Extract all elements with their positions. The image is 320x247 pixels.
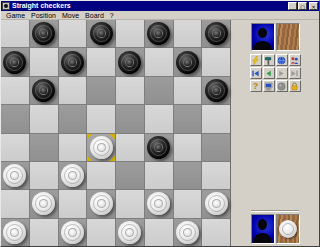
bottom-player-avatar [251,214,275,244]
lightning-icon[interactable] [250,54,262,66]
window-title: Straight checkers [12,1,284,11]
square-r0c4[interactable] [116,20,144,47]
square-r4c6[interactable] [174,134,202,161]
black-piece[interactable] [147,22,170,45]
square-r3c1[interactable] [30,105,58,132]
square-r7c1[interactable] [30,219,58,246]
square-r1c1[interactable] [30,48,58,75]
square-r1c7[interactable] [202,48,230,75]
globe-icon[interactable] [276,54,285,66]
menu-bar: GamePositionMoveBoard? [1,11,284,20]
square-r6c5[interactable] [145,190,173,217]
app-window: Straight checkers _ □ × GamePositionMove… [0,0,284,247]
square-r7c2[interactable] [59,219,87,246]
black-piece[interactable] [3,51,26,74]
sidebar: ? [231,20,284,246]
square-r3c2[interactable] [59,105,87,132]
square-r7c4[interactable] [116,219,144,246]
square-r0c3[interactable] [87,20,115,47]
square-r3c4[interactable] [116,105,144,132]
square-r4c5[interactable] [145,134,173,161]
black-piece[interactable] [205,22,228,45]
top-player-panel [251,23,285,51]
square-r4c1[interactable] [30,134,58,161]
square-r0c6[interactable] [174,20,202,47]
square-r5c1[interactable] [30,162,58,189]
black-piece[interactable] [205,79,228,102]
help-icon[interactable]: ? [250,80,262,92]
square-r2c3[interactable] [87,77,115,104]
square-r3c5[interactable] [145,105,173,132]
black-piece[interactable] [118,51,141,74]
back-move-icon[interactable] [263,67,275,79]
square-r1c5[interactable] [145,48,173,75]
menu-item-help[interactable]: ? [107,11,117,20]
square-r6c6[interactable] [174,190,202,217]
sidebar-divider [251,210,284,212]
square-r4c0[interactable] [1,134,29,161]
square-r1c4[interactable] [116,48,144,75]
white-piece[interactable] [118,221,141,244]
square-r0c2[interactable] [59,20,87,47]
square-r6c1[interactable] [30,190,58,217]
white-piece[interactable] [61,221,84,244]
square-r7c5[interactable] [145,219,173,246]
first-move-icon[interactable] [250,67,262,79]
white-piece[interactable] [147,192,170,215]
white-piece[interactable] [3,164,26,187]
app-icon [2,2,10,10]
square-r5c0[interactable] [1,162,29,189]
square-r3c6[interactable] [174,105,202,132]
bottom-player-panel [251,214,285,244]
square-r3c7[interactable] [202,105,230,132]
square-r6c3[interactable] [87,190,115,217]
square-r3c3[interactable] [87,105,115,132]
square-r3c0[interactable] [1,105,29,132]
square-r5c3[interactable] [87,162,115,189]
menu-item-move[interactable]: Move [59,11,82,20]
white-piece[interactable] [61,164,84,187]
square-r6c4[interactable] [116,190,144,217]
square-r1c0[interactable] [1,48,29,75]
square-r6c2[interactable] [59,190,87,217]
square-r5c2[interactable] [59,162,87,189]
white-turn-piece [279,220,285,238]
black-piece[interactable] [147,136,170,159]
square-r7c0[interactable] [1,219,29,246]
square-r5c5[interactable] [145,162,173,189]
black-piece[interactable] [90,22,113,45]
square-r5c4[interactable] [116,162,144,189]
square-r5c7[interactable] [202,162,230,189]
menu-item-position[interactable]: Position [28,11,59,20]
white-piece[interactable] [90,192,113,215]
square-r4c2[interactable] [59,134,87,161]
square-r1c2[interactable] [59,48,87,75]
computer-icon[interactable] [263,80,275,92]
square-r1c3[interactable] [87,48,115,75]
white-piece[interactable] [205,192,228,215]
square-r4c3[interactable] [87,134,115,161]
black-piece[interactable] [32,79,55,102]
square-r6c7[interactable] [202,190,230,217]
white-piece[interactable] [176,221,199,244]
toolbar: ? [250,54,285,92]
square-r6c0[interactable] [1,190,29,217]
hammer-icon[interactable] [263,54,275,66]
menu-item-game[interactable]: Game [3,11,28,20]
black-piece[interactable] [176,51,199,74]
square-r1c6[interactable] [174,48,202,75]
square-r0c7[interactable] [202,20,230,47]
top-player-piece-tile [276,23,285,51]
square-r7c7[interactable] [202,219,230,246]
square-r0c0[interactable] [1,20,29,47]
board [1,20,231,246]
square-r2c4[interactable] [116,77,144,104]
white-piece[interactable] [90,136,113,159]
top-player-avatar [251,23,275,51]
square-r7c3[interactable] [87,219,115,246]
square-r4c4[interactable] [116,134,144,161]
square-r2c0[interactable] [1,77,29,104]
square-r2c1[interactable] [30,77,58,104]
world-icon[interactable] [276,80,285,92]
black-piece[interactable] [61,51,84,74]
square-r0c1[interactable] [30,20,58,47]
square-r2c7[interactable] [202,77,230,104]
title-bar: Straight checkers _ □ × [1,1,284,11]
square-r2c5[interactable] [145,77,173,104]
forward-move-icon[interactable] [276,67,285,79]
square-r5c6[interactable] [174,162,202,189]
turn-indicator-tile [276,214,285,244]
white-piece[interactable] [3,221,26,244]
white-piece[interactable] [32,192,55,215]
menu-item-board[interactable]: Board [82,11,107,20]
square-r4c7[interactable] [202,134,230,161]
square-r2c6[interactable] [174,77,202,104]
black-piece[interactable] [32,22,55,45]
square-r2c2[interactable] [59,77,87,104]
main-area: ? [1,20,284,246]
square-r0c5[interactable] [145,20,173,47]
square-r7c6[interactable] [174,219,202,246]
